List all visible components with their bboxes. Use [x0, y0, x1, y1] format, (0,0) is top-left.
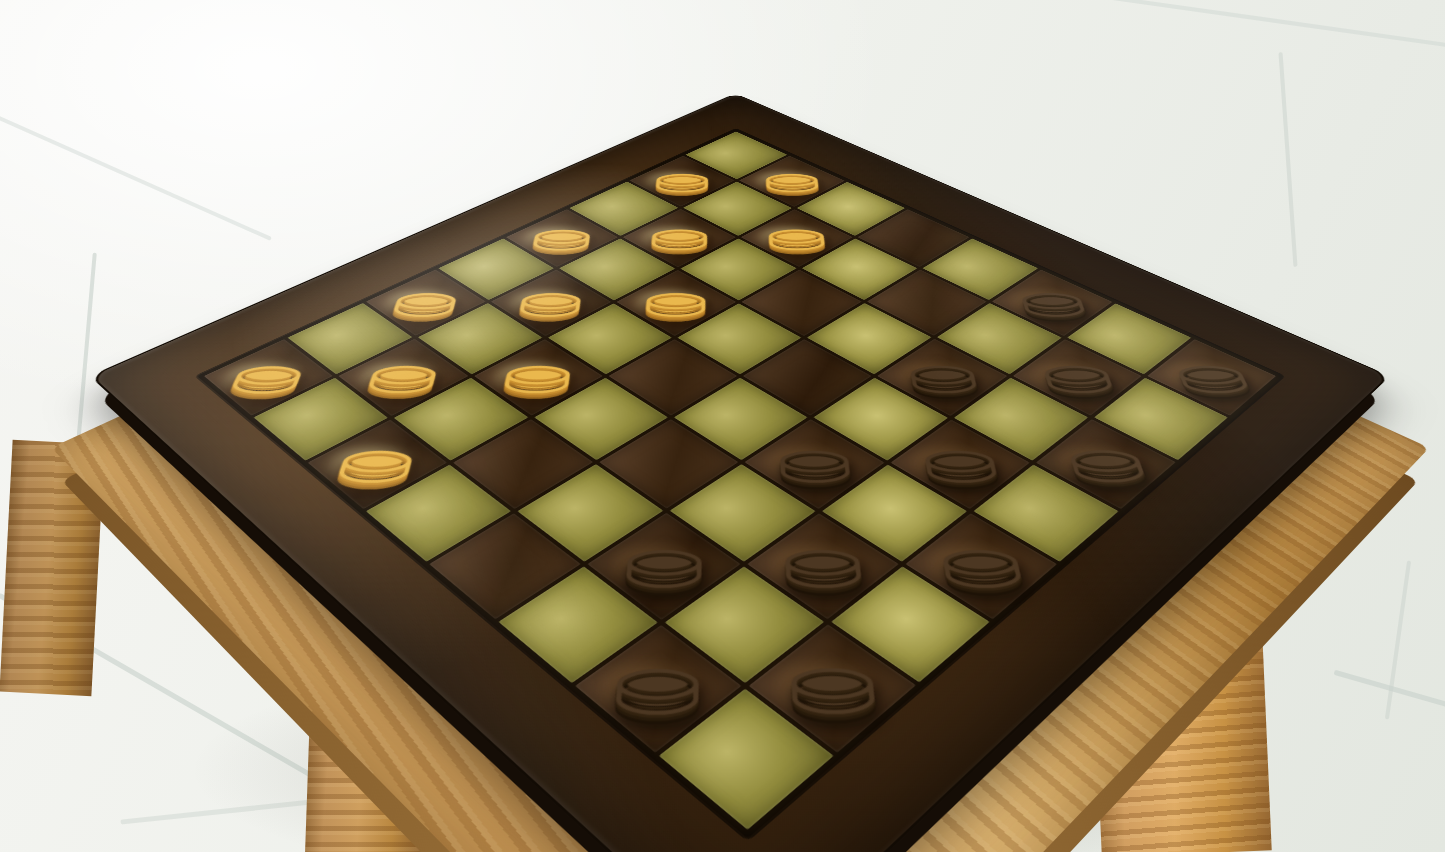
- board-square[interactable]: [821, 464, 966, 561]
- board-square[interactable]: [665, 566, 824, 682]
- checker-dark[interactable]: ⛂: [1013, 281, 1093, 324]
- checker-dark[interactable]: ⛂: [779, 530, 867, 599]
- board-square[interactable]: [954, 378, 1088, 461]
- checker-light[interactable]: ⛂: [652, 164, 711, 197]
- board-square[interactable]: [973, 464, 1118, 561]
- checker-light[interactable]: ⛂: [647, 219, 710, 257]
- checker-dark[interactable]: ⛂: [785, 645, 883, 728]
- board-square[interactable]: ⛂: [890, 419, 1030, 509]
- board-square[interactable]: [599, 419, 739, 509]
- checker-light[interactable]: ⛂: [514, 281, 587, 324]
- checker-light[interactable]: ⛂: [765, 219, 829, 257]
- board-square[interactable]: [453, 419, 593, 509]
- checker-light[interactable]: ⛂: [497, 352, 576, 402]
- checker-dark[interactable]: ⛂: [917, 434, 1005, 492]
- board-square[interactable]: ⛂: [1147, 339, 1276, 416]
- checker-dark[interactable]: ⛂: [1059, 434, 1155, 492]
- checker-dark[interactable]: ⛂: [1034, 352, 1121, 402]
- checker-dark[interactable]: ⛂: [934, 530, 1031, 599]
- board-square[interactable]: [1094, 378, 1228, 461]
- checker-light[interactable]: ⛂: [360, 352, 445, 402]
- checker-dark[interactable]: ⛂: [609, 645, 704, 728]
- checker-light[interactable]: ⛂: [222, 352, 314, 402]
- game-board: ⛂⛂⛂⛂⛂⛂⛂⛂⛂⛂⛂⛂⛂⛂⛂⛂⛂⛂⛂⛂⛂⛂⛂⛂: [89, 93, 1390, 852]
- board-square[interactable]: [394, 378, 528, 461]
- checker-dark[interactable]: ⛂: [903, 352, 984, 402]
- board-scene: ⛂⛂⛂⛂⛂⛂⛂⛂⛂⛂⛂⛂⛂⛂⛂⛂⛂⛂⛂⛂⛂⛂⛂⛂: [0, 0, 1445, 852]
- board-square[interactable]: [674, 378, 808, 461]
- board-square[interactable]: ⛂: [905, 513, 1057, 619]
- board-square[interactable]: ⛂: [1036, 419, 1176, 509]
- board-square[interactable]: [366, 464, 511, 561]
- checker-light[interactable]: ⛂: [329, 434, 423, 492]
- photo-stage: ⛂⛂⛂⛂⛂⛂⛂⛂⛂⛂⛂⛂⛂⛂⛂⛂⛂⛂⛂⛂⛂⛂⛂⛂: [0, 0, 1445, 852]
- board-square[interactable]: [831, 566, 990, 682]
- board-square[interactable]: [518, 464, 663, 561]
- board-square[interactable]: [534, 378, 668, 461]
- checker-dark[interactable]: ⛂: [1166, 352, 1259, 402]
- checker-dark[interactable]: ⛂: [775, 434, 856, 492]
- board-square[interactable]: [814, 378, 948, 461]
- board-square[interactable]: [254, 378, 388, 461]
- checker-light[interactable]: ⛂: [386, 281, 464, 324]
- board-square[interactable]: [659, 688, 834, 829]
- board-square[interactable]: [499, 566, 658, 682]
- board-tilt-group: ⛂⛂⛂⛂⛂⛂⛂⛂⛂⛂⛂⛂⛂⛂⛂⛂⛂⛂⛂⛂⛂⛂⛂⛂: [89, 93, 1390, 852]
- board-square[interactable]: ⛂: [588, 513, 740, 619]
- board-square[interactable]: ⛂: [744, 419, 884, 509]
- board-square[interactable]: ⛂: [575, 625, 742, 753]
- checker-dark[interactable]: ⛂: [620, 530, 706, 599]
- board-square[interactable]: ⛂: [749, 625, 916, 753]
- board-square[interactable]: ⛂: [307, 419, 447, 509]
- checker-light[interactable]: ⛂: [528, 219, 596, 257]
- board-square[interactable]: ⛂: [746, 513, 898, 619]
- checker-light[interactable]: ⛂: [642, 281, 710, 324]
- checker-light[interactable]: ⛂: [762, 164, 822, 197]
- board-square[interactable]: [429, 513, 581, 619]
- board-square[interactable]: [669, 464, 814, 561]
